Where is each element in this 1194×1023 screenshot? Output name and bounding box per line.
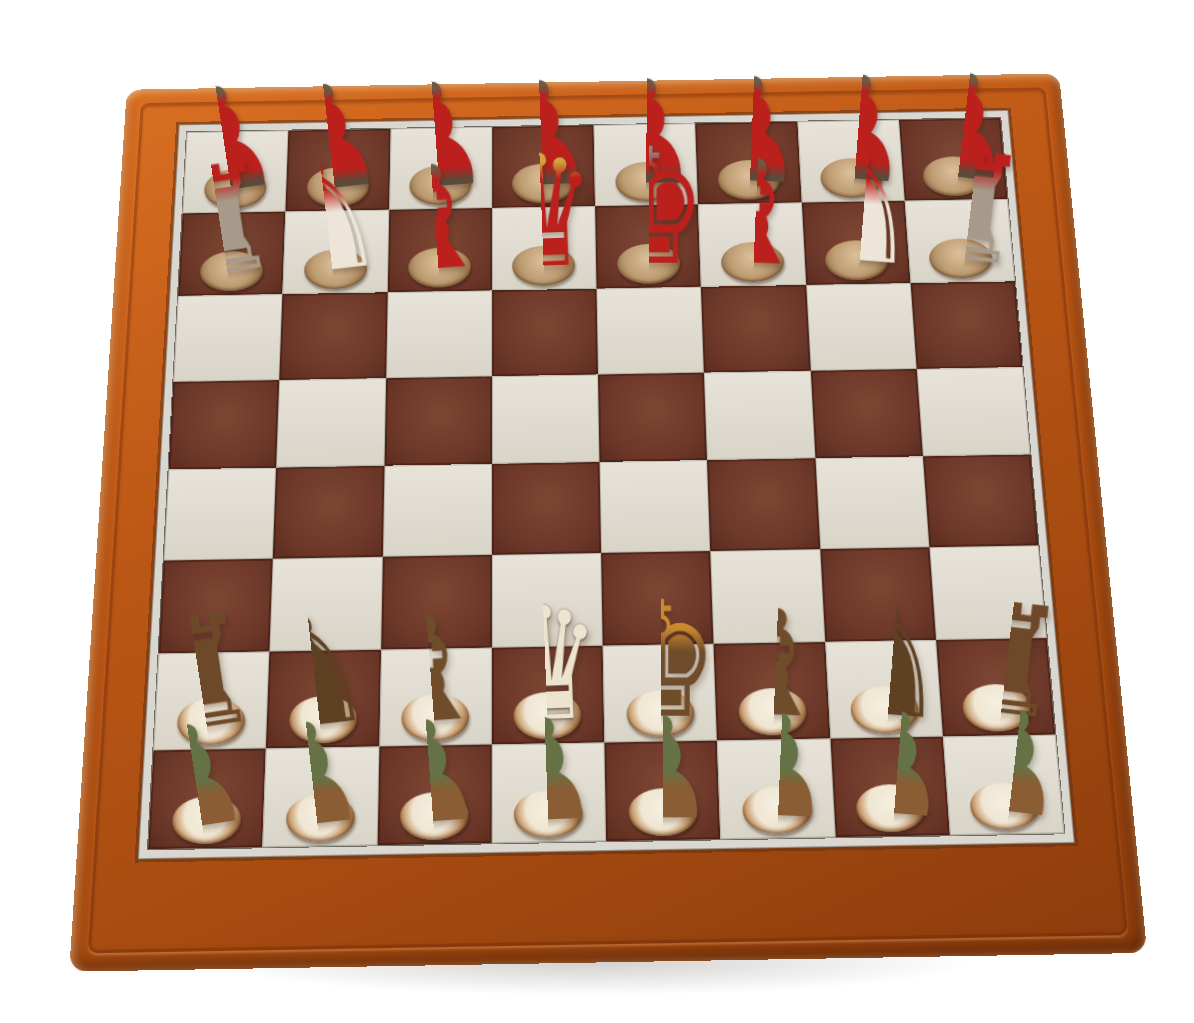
piece-green-pawn-b1[interactable]: ♟ [305, 712, 320, 840]
knight-glyph: ♞ [264, 141, 389, 293]
square-g6[interactable] [806, 283, 917, 370]
square-b5[interactable] [276, 378, 385, 468]
square-b7[interactable]: ♞ [283, 209, 389, 294]
square-h4[interactable] [923, 454, 1039, 546]
pawn-glyph: ♟ [136, 707, 255, 849]
perspective-scene: ♟♟♟♟♟♟♟♟♜♞♝♛♚♝♞♜♜♞♝♛♚♝♞♜♟♟♟♟♟♟♟♟ [0, 0, 1194, 1023]
square-b1[interactable]: ♟ [263, 746, 379, 847]
square-d4[interactable] [492, 462, 601, 554]
square-h7[interactable]: ♜ [904, 199, 1015, 284]
silver-border-band: ♟♟♟♟♟♟♟♟♜♞♝♛♚♝♞♜♜♞♝♛♚♝♞♜♟♟♟♟♟♟♟♟ [138, 110, 1075, 859]
square-e6[interactable] [596, 287, 704, 374]
piece-red-queen-d7[interactable]: ♛ [539, 141, 544, 283]
bishop-glyph: ♝ [702, 146, 810, 282]
chess-board-grid: ♟♟♟♟♟♟♟♟♜♞♝♛♚♝♞♜♜♞♝♛♚♝♞♜♟♟♟♟♟♟♟♟ [148, 118, 1064, 849]
square-e7[interactable]: ♚ [595, 204, 701, 289]
square-a4[interactable] [164, 468, 277, 561]
square-g1[interactable]: ♟ [830, 736, 950, 837]
piece-red-bishop-f7[interactable]: ♝ [753, 148, 758, 280]
rook-glyph: ♜ [910, 134, 1032, 283]
square-e5[interactable] [598, 372, 707, 462]
piece-green-pawn-f1[interactable]: ♟ [778, 703, 783, 831]
square-a6[interactable] [173, 294, 282, 381]
square-c6[interactable] [386, 290, 492, 377]
square-c4[interactable] [382, 464, 491, 556]
square-d1[interactable]: ♟ [492, 742, 607, 843]
square-f4[interactable] [707, 458, 820, 550]
knight-glyph: ♞ [803, 134, 923, 283]
piece-green-pawn-c1[interactable]: ♟ [425, 710, 435, 838]
pawn-glyph: ♟ [375, 706, 485, 842]
square-g5[interactable] [810, 368, 922, 458]
square-d7[interactable]: ♛ [492, 206, 597, 291]
bishop-glyph: ♝ [378, 150, 490, 289]
square-b6[interactable] [280, 292, 388, 379]
square-b4[interactable] [273, 466, 384, 559]
pawn-glyph: ♟ [494, 705, 599, 837]
square-a1[interactable]: ♟ [148, 748, 266, 849]
pawn-glyph: ♟ [842, 698, 952, 834]
square-h1[interactable]: ♟ [943, 734, 1065, 835]
pawn-glyph: ♟ [613, 705, 713, 834]
piece-red-rook-a7[interactable]: ♜ [209, 154, 230, 289]
rook-glyph: ♜ [157, 145, 283, 297]
square-f1[interactable]: ♟ [717, 738, 835, 839]
square-f5[interactable] [704, 370, 815, 460]
piece-green-pawn-d1[interactable]: ♟ [544, 707, 549, 835]
square-e1[interactable]: ♟ [604, 740, 720, 841]
chess-set-photo: ♟♟♟♟♟♟♟♟♜♞♝♛♚♝♞♜♜♞♝♛♚♝♞♜♟♟♟♟♟♟♟♟ [0, 0, 1194, 1023]
piece-red-rook-h7[interactable]: ♜ [963, 140, 979, 276]
square-d5[interactable] [492, 374, 600, 464]
square-d6[interactable] [492, 289, 598, 376]
king-glyph: ♚ [591, 134, 706, 282]
square-f6[interactable] [701, 285, 810, 372]
piece-green-pawn-a1[interactable]: ♟ [186, 715, 205, 842]
square-g7[interactable]: ♞ [801, 200, 910, 285]
queen-glyph: ♛ [483, 139, 599, 285]
piece-red-bishop-c7[interactable]: ♝ [430, 154, 440, 285]
square-h6[interactable] [910, 281, 1022, 368]
piece-red-knight-b7[interactable]: ♞ [319, 147, 335, 287]
square-f7[interactable]: ♝ [698, 202, 806, 287]
pawn-glyph: ♟ [728, 701, 833, 833]
square-h5[interactable] [916, 367, 1030, 457]
square-e4[interactable] [600, 460, 711, 552]
square-c1[interactable]: ♟ [377, 744, 492, 845]
piece-red-knight-g7[interactable]: ♞ [858, 138, 869, 278]
square-c7[interactable]: ♝ [387, 208, 492, 293]
pawn-glyph: ♟ [957, 694, 1072, 833]
square-a5[interactable] [169, 380, 280, 470]
square-g4[interactable] [815, 456, 929, 548]
square-c5[interactable] [384, 376, 492, 466]
square-a7[interactable]: ♜ [178, 211, 286, 296]
pawn-glyph: ♟ [255, 706, 369, 845]
wooden-frame: ♟♟♟♟♟♟♟♟♜♞♝♛♚♝♞♜♜♞♝♛♚♝♞♜♟♟♟♟♟♟♟♟ [69, 73, 1147, 971]
piece-green-pawn-h1[interactable]: ♟ [1007, 700, 1022, 828]
piece-green-pawn-g1[interactable]: ♟ [892, 702, 902, 830]
